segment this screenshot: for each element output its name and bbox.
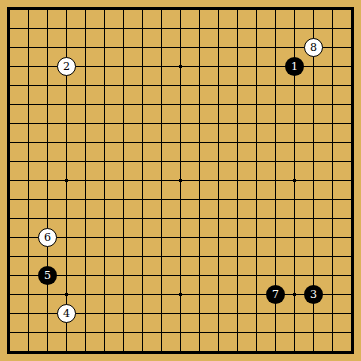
intersection-P14[interactable] [266,95,285,114]
intersection-C12[interactable] [38,133,57,152]
intersection-B13[interactable] [19,114,38,133]
intersection-M19[interactable] [209,0,228,19]
intersection-J16[interactable] [152,57,171,76]
intersection-P9[interactable] [266,190,285,209]
intersection-L6[interactable] [190,247,209,266]
intersection-T5[interactable] [342,266,361,285]
intersection-B4[interactable] [19,285,38,304]
intersection-D12[interactable] [57,133,76,152]
intersection-O3[interactable] [247,304,266,323]
intersection-K4[interactable] [171,285,190,304]
intersection-Q4[interactable] [285,285,304,304]
intersection-M4[interactable] [209,285,228,304]
intersection-L12[interactable] [190,133,209,152]
intersection-P2[interactable] [266,323,285,342]
intersection-Q7[interactable] [285,228,304,247]
intersection-H12[interactable] [133,133,152,152]
intersection-K2[interactable] [171,323,190,342]
intersection-R19[interactable] [304,0,323,19]
intersection-T17[interactable] [342,38,361,57]
intersection-H3[interactable] [133,304,152,323]
intersection-J1[interactable] [152,342,171,361]
intersection-H13[interactable] [133,114,152,133]
intersection-K16[interactable] [171,57,190,76]
intersection-L18[interactable] [190,19,209,38]
intersection-O10[interactable] [247,171,266,190]
intersection-L7[interactable] [190,228,209,247]
intersection-E4[interactable] [76,285,95,304]
intersection-S4[interactable] [323,285,342,304]
intersection-K3[interactable] [171,304,190,323]
intersection-E17[interactable] [76,38,95,57]
intersection-E13[interactable] [76,114,95,133]
intersection-Q16[interactable]: 1 [285,57,304,76]
intersection-Q12[interactable] [285,133,304,152]
intersection-A9[interactable] [0,190,19,209]
intersection-R12[interactable] [304,133,323,152]
intersection-O19[interactable] [247,0,266,19]
intersection-R8[interactable] [304,209,323,228]
intersection-C17[interactable] [38,38,57,57]
intersection-K17[interactable] [171,38,190,57]
intersection-N11[interactable] [228,152,247,171]
intersection-L14[interactable] [190,95,209,114]
intersection-K8[interactable] [171,209,190,228]
intersection-A18[interactable] [0,19,19,38]
intersection-R18[interactable] [304,19,323,38]
intersection-F8[interactable] [95,209,114,228]
intersection-M7[interactable] [209,228,228,247]
intersection-D11[interactable] [57,152,76,171]
intersection-P6[interactable] [266,247,285,266]
intersection-Q1[interactable] [285,342,304,361]
intersection-P17[interactable] [266,38,285,57]
intersection-Q10[interactable] [285,171,304,190]
intersection-E14[interactable] [76,95,95,114]
intersection-B16[interactable] [19,57,38,76]
intersection-C18[interactable] [38,19,57,38]
intersection-N5[interactable] [228,266,247,285]
intersection-N2[interactable] [228,323,247,342]
intersection-T6[interactable] [342,247,361,266]
intersection-S3[interactable] [323,304,342,323]
intersection-H1[interactable] [133,342,152,361]
intersection-L8[interactable] [190,209,209,228]
intersection-S10[interactable] [323,171,342,190]
intersection-M9[interactable] [209,190,228,209]
intersection-N14[interactable] [228,95,247,114]
intersection-D1[interactable] [57,342,76,361]
intersection-S5[interactable] [323,266,342,285]
intersection-G3[interactable] [114,304,133,323]
intersection-N1[interactable] [228,342,247,361]
intersection-G1[interactable] [114,342,133,361]
intersection-K10[interactable] [171,171,190,190]
intersection-D15[interactable] [57,76,76,95]
intersection-D16[interactable]: 2 [57,57,76,76]
intersection-C3[interactable] [38,304,57,323]
intersection-S16[interactable] [323,57,342,76]
intersection-N9[interactable] [228,190,247,209]
intersection-K11[interactable] [171,152,190,171]
intersection-T8[interactable] [342,209,361,228]
intersection-F6[interactable] [95,247,114,266]
intersection-R4[interactable]: 3 [304,285,323,304]
intersection-A17[interactable] [0,38,19,57]
intersection-J7[interactable] [152,228,171,247]
intersection-B15[interactable] [19,76,38,95]
intersection-J13[interactable] [152,114,171,133]
intersection-G2[interactable] [114,323,133,342]
intersection-M5[interactable] [209,266,228,285]
intersection-J4[interactable] [152,285,171,304]
intersection-B12[interactable] [19,133,38,152]
intersection-J2[interactable] [152,323,171,342]
black-stone-R4[interactable]: 3 [304,285,323,304]
intersection-K7[interactable] [171,228,190,247]
intersection-S12[interactable] [323,133,342,152]
intersection-N15[interactable] [228,76,247,95]
intersection-N17[interactable] [228,38,247,57]
intersection-J6[interactable] [152,247,171,266]
intersection-J14[interactable] [152,95,171,114]
intersection-F19[interactable] [95,0,114,19]
intersection-C19[interactable] [38,0,57,19]
intersection-N18[interactable] [228,19,247,38]
intersection-M12[interactable] [209,133,228,152]
intersection-D2[interactable] [57,323,76,342]
intersection-A8[interactable] [0,209,19,228]
intersection-D18[interactable] [57,19,76,38]
intersection-G18[interactable] [114,19,133,38]
intersection-M1[interactable] [209,342,228,361]
intersection-O16[interactable] [247,57,266,76]
intersection-R7[interactable] [304,228,323,247]
intersection-R6[interactable] [304,247,323,266]
intersection-S18[interactable] [323,19,342,38]
intersection-E16[interactable] [76,57,95,76]
intersection-P16[interactable] [266,57,285,76]
intersection-L5[interactable] [190,266,209,285]
intersection-O17[interactable] [247,38,266,57]
intersection-G12[interactable] [114,133,133,152]
intersection-B10[interactable] [19,171,38,190]
intersection-K9[interactable] [171,190,190,209]
intersection-S13[interactable] [323,114,342,133]
intersection-K14[interactable] [171,95,190,114]
intersection-A1[interactable] [0,342,19,361]
intersection-J3[interactable] [152,304,171,323]
intersection-R10[interactable] [304,171,323,190]
intersection-T9[interactable] [342,190,361,209]
intersection-O4[interactable] [247,285,266,304]
intersection-E10[interactable] [76,171,95,190]
intersection-S17[interactable] [323,38,342,57]
intersection-K15[interactable] [171,76,190,95]
intersection-S8[interactable] [323,209,342,228]
intersection-E1[interactable] [76,342,95,361]
intersection-T13[interactable] [342,114,361,133]
intersection-C14[interactable] [38,95,57,114]
intersection-Q2[interactable] [285,323,304,342]
intersection-Q5[interactable] [285,266,304,285]
intersection-N6[interactable] [228,247,247,266]
intersection-R15[interactable] [304,76,323,95]
intersection-C8[interactable] [38,209,57,228]
intersection-F16[interactable] [95,57,114,76]
intersection-L17[interactable] [190,38,209,57]
intersection-G16[interactable] [114,57,133,76]
intersection-M2[interactable] [209,323,228,342]
intersection-S14[interactable] [323,95,342,114]
intersection-H14[interactable] [133,95,152,114]
intersection-T16[interactable] [342,57,361,76]
intersection-H2[interactable] [133,323,152,342]
intersection-M3[interactable] [209,304,228,323]
intersection-P13[interactable] [266,114,285,133]
intersection-H17[interactable] [133,38,152,57]
intersection-B7[interactable] [19,228,38,247]
intersection-D10[interactable] [57,171,76,190]
intersection-B19[interactable] [19,0,38,19]
intersection-J12[interactable] [152,133,171,152]
intersection-R5[interactable] [304,266,323,285]
intersection-A13[interactable] [0,114,19,133]
intersection-L13[interactable] [190,114,209,133]
intersection-F12[interactable] [95,133,114,152]
intersection-O15[interactable] [247,76,266,95]
intersection-B2[interactable] [19,323,38,342]
intersection-T2[interactable] [342,323,361,342]
intersection-A16[interactable] [0,57,19,76]
intersection-G10[interactable] [114,171,133,190]
intersection-R16[interactable] [304,57,323,76]
intersection-E18[interactable] [76,19,95,38]
intersection-B17[interactable] [19,38,38,57]
black-stone-Q16[interactable]: 1 [285,57,304,76]
intersection-L19[interactable] [190,0,209,19]
intersection-D6[interactable] [57,247,76,266]
intersection-L16[interactable] [190,57,209,76]
intersection-B14[interactable] [19,95,38,114]
intersection-A15[interactable] [0,76,19,95]
intersection-A11[interactable] [0,152,19,171]
intersection-R13[interactable] [304,114,323,133]
intersection-F18[interactable] [95,19,114,38]
intersection-C13[interactable] [38,114,57,133]
intersection-N3[interactable] [228,304,247,323]
intersection-F15[interactable] [95,76,114,95]
intersection-A4[interactable] [0,285,19,304]
black-stone-C5[interactable]: 5 [38,266,57,285]
intersection-G6[interactable] [114,247,133,266]
intersection-H10[interactable] [133,171,152,190]
intersection-Q15[interactable] [285,76,304,95]
intersection-G5[interactable] [114,266,133,285]
intersection-M17[interactable] [209,38,228,57]
intersection-M11[interactable] [209,152,228,171]
intersection-D14[interactable] [57,95,76,114]
intersection-M18[interactable] [209,19,228,38]
intersection-S15[interactable] [323,76,342,95]
intersection-P15[interactable] [266,76,285,95]
intersection-N8[interactable] [228,209,247,228]
intersection-S19[interactable] [323,0,342,19]
intersection-C4[interactable] [38,285,57,304]
intersection-K6[interactable] [171,247,190,266]
intersection-C1[interactable] [38,342,57,361]
intersection-P4[interactable]: 7 [266,285,285,304]
intersection-A7[interactable] [0,228,19,247]
intersection-L3[interactable] [190,304,209,323]
intersection-P10[interactable] [266,171,285,190]
intersection-F17[interactable] [95,38,114,57]
intersection-B6[interactable] [19,247,38,266]
intersection-H18[interactable] [133,19,152,38]
intersection-Q8[interactable] [285,209,304,228]
intersection-E15[interactable] [76,76,95,95]
intersection-N16[interactable] [228,57,247,76]
intersection-D8[interactable] [57,209,76,228]
intersection-J11[interactable] [152,152,171,171]
intersection-N10[interactable] [228,171,247,190]
intersection-K18[interactable] [171,19,190,38]
intersection-C11[interactable] [38,152,57,171]
intersection-N13[interactable] [228,114,247,133]
intersection-R2[interactable] [304,323,323,342]
intersection-E5[interactable] [76,266,95,285]
intersection-C15[interactable] [38,76,57,95]
intersection-D5[interactable] [57,266,76,285]
intersection-G14[interactable] [114,95,133,114]
intersection-E2[interactable] [76,323,95,342]
intersection-P18[interactable] [266,19,285,38]
intersection-B18[interactable] [19,19,38,38]
intersection-J8[interactable] [152,209,171,228]
intersection-A6[interactable] [0,247,19,266]
intersection-C5[interactable]: 5 [38,266,57,285]
intersection-O9[interactable] [247,190,266,209]
intersection-A3[interactable] [0,304,19,323]
intersection-N4[interactable] [228,285,247,304]
intersection-G13[interactable] [114,114,133,133]
intersection-D3[interactable]: 4 [57,304,76,323]
intersection-P8[interactable] [266,209,285,228]
intersection-O13[interactable] [247,114,266,133]
intersection-S9[interactable] [323,190,342,209]
intersection-F13[interactable] [95,114,114,133]
intersection-R11[interactable] [304,152,323,171]
intersection-C10[interactable] [38,171,57,190]
intersection-G19[interactable] [114,0,133,19]
intersection-F10[interactable] [95,171,114,190]
intersection-P12[interactable] [266,133,285,152]
intersection-J18[interactable] [152,19,171,38]
intersection-C2[interactable] [38,323,57,342]
intersection-E19[interactable] [76,0,95,19]
intersection-P11[interactable] [266,152,285,171]
intersection-L10[interactable] [190,171,209,190]
intersection-J10[interactable] [152,171,171,190]
intersection-T14[interactable] [342,95,361,114]
intersection-O8[interactable] [247,209,266,228]
intersection-E11[interactable] [76,152,95,171]
intersection-A10[interactable] [0,171,19,190]
intersection-R3[interactable] [304,304,323,323]
intersection-Q19[interactable] [285,0,304,19]
intersection-P19[interactable] [266,0,285,19]
intersection-N12[interactable] [228,133,247,152]
intersection-F5[interactable] [95,266,114,285]
intersection-K12[interactable] [171,133,190,152]
intersection-H16[interactable] [133,57,152,76]
intersection-T4[interactable] [342,285,361,304]
intersection-E8[interactable] [76,209,95,228]
intersection-O2[interactable] [247,323,266,342]
intersection-F1[interactable] [95,342,114,361]
intersection-C9[interactable] [38,190,57,209]
intersection-F9[interactable] [95,190,114,209]
intersection-M10[interactable] [209,171,228,190]
intersection-O7[interactable] [247,228,266,247]
intersection-O12[interactable] [247,133,266,152]
intersection-K1[interactable] [171,342,190,361]
intersection-T3[interactable] [342,304,361,323]
intersection-S7[interactable] [323,228,342,247]
intersection-C6[interactable] [38,247,57,266]
intersection-M14[interactable] [209,95,228,114]
intersection-T15[interactable] [342,76,361,95]
intersection-J9[interactable] [152,190,171,209]
intersection-T10[interactable] [342,171,361,190]
intersection-H7[interactable] [133,228,152,247]
white-stone-D3[interactable]: 4 [57,304,76,323]
intersection-G11[interactable] [114,152,133,171]
intersection-J17[interactable] [152,38,171,57]
intersection-H15[interactable] [133,76,152,95]
intersection-L1[interactable] [190,342,209,361]
intersection-H5[interactable] [133,266,152,285]
intersection-N7[interactable] [228,228,247,247]
intersection-A14[interactable] [0,95,19,114]
intersection-B9[interactable] [19,190,38,209]
intersection-S2[interactable] [323,323,342,342]
intersection-Q13[interactable] [285,114,304,133]
intersection-M8[interactable] [209,209,228,228]
intersection-J5[interactable] [152,266,171,285]
intersection-G17[interactable] [114,38,133,57]
intersection-G4[interactable] [114,285,133,304]
intersection-A2[interactable] [0,323,19,342]
intersection-D17[interactable] [57,38,76,57]
intersection-D9[interactable] [57,190,76,209]
intersection-F4[interactable] [95,285,114,304]
intersection-C7[interactable]: 6 [38,228,57,247]
intersection-T1[interactable] [342,342,361,361]
intersection-H4[interactable] [133,285,152,304]
intersection-H8[interactable] [133,209,152,228]
intersection-B1[interactable] [19,342,38,361]
intersection-T7[interactable] [342,228,361,247]
intersection-K19[interactable] [171,0,190,19]
intersection-M16[interactable] [209,57,228,76]
intersection-O11[interactable] [247,152,266,171]
intersection-A5[interactable] [0,266,19,285]
intersection-G7[interactable] [114,228,133,247]
intersection-H11[interactable] [133,152,152,171]
intersection-R1[interactable] [304,342,323,361]
intersection-D13[interactable] [57,114,76,133]
